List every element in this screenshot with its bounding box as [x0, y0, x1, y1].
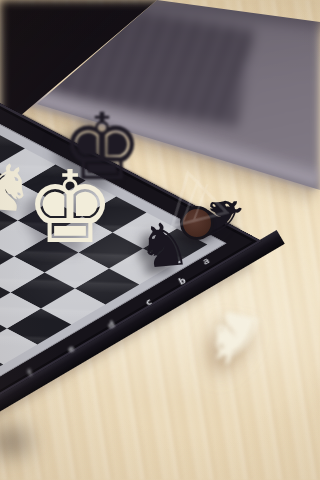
- photo-canvas: a b c d e f ♞ ♚ ♚ ♞ ♞ ♞: [0, 0, 320, 480]
- white-king-piece: ♚: [34, 160, 106, 256]
- white-knight-on-desk-piece: ♞: [202, 298, 266, 378]
- corner-shadow: [0, 418, 40, 466]
